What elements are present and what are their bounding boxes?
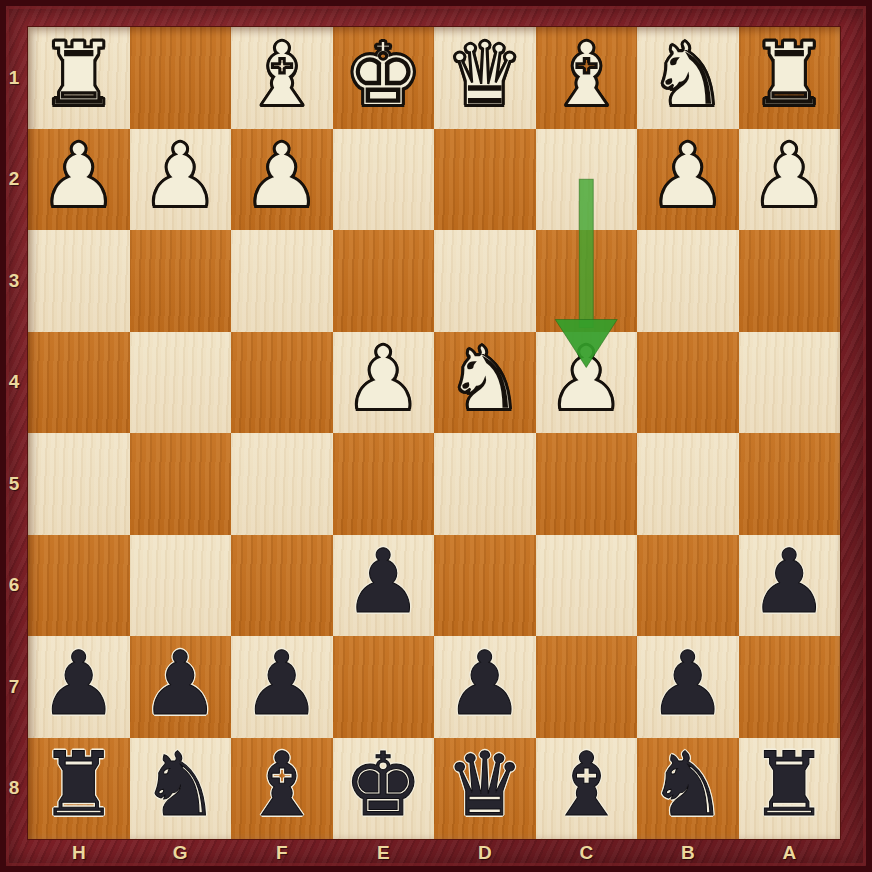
square-h7[interactable]: ♟ <box>28 636 130 738</box>
square-c3[interactable] <box>536 230 638 332</box>
piece-black-rook[interactable]: ♜ <box>39 741 118 829</box>
rank-label-2: 2 <box>0 129 28 231</box>
square-h4[interactable] <box>28 332 130 434</box>
piece-black-knight[interactable]: ♞ <box>141 741 220 829</box>
board-frame: 12345678 ♜♝♚♛♝♞♜♟♟♟♟♟♟♞♟♟♟♟♟♟♟♟♜♞♝♚♛♝♞♜ … <box>0 0 872 872</box>
square-d3[interactable] <box>434 230 536 332</box>
piece-black-pawn[interactable]: ♟ <box>648 640 727 728</box>
square-g6[interactable] <box>130 535 232 637</box>
piece-black-king[interactable]: ♚ <box>344 741 423 829</box>
piece-white-pawn[interactable]: ♟ <box>648 132 727 220</box>
square-e1[interactable]: ♚ <box>333 27 435 129</box>
rank-label-3: 3 <box>0 230 28 332</box>
square-g2[interactable]: ♟ <box>130 129 232 231</box>
square-h5[interactable] <box>28 433 130 535</box>
square-f4[interactable] <box>231 332 333 434</box>
square-f7[interactable]: ♟ <box>231 636 333 738</box>
square-g3[interactable] <box>130 230 232 332</box>
square-f8[interactable]: ♝ <box>231 738 333 840</box>
square-c4[interactable]: ♟ <box>536 332 638 434</box>
square-h8[interactable]: ♜ <box>28 738 130 840</box>
square-g4[interactable] <box>130 332 232 434</box>
piece-black-pawn[interactable]: ♟ <box>344 538 423 626</box>
file-label-e: E <box>333 840 435 866</box>
piece-white-queen[interactable]: ♛ <box>445 31 524 119</box>
piece-white-rook[interactable]: ♜ <box>750 31 829 119</box>
file-label-f: F <box>231 840 333 866</box>
square-a1[interactable]: ♜ <box>739 27 841 129</box>
file-label-g: G <box>130 840 232 866</box>
square-a7[interactable] <box>739 636 841 738</box>
square-e4[interactable]: ♟ <box>333 332 435 434</box>
square-c1[interactable]: ♝ <box>536 27 638 129</box>
square-a4[interactable] <box>739 332 841 434</box>
square-d6[interactable] <box>434 535 536 637</box>
piece-white-pawn[interactable]: ♟ <box>242 132 321 220</box>
square-e8[interactable]: ♚ <box>333 738 435 840</box>
square-a6[interactable]: ♟ <box>739 535 841 637</box>
square-d1[interactable]: ♛ <box>434 27 536 129</box>
square-c8[interactable]: ♝ <box>536 738 638 840</box>
piece-black-bishop[interactable]: ♝ <box>547 741 626 829</box>
square-b8[interactable]: ♞ <box>637 738 739 840</box>
piece-white-rook[interactable]: ♜ <box>39 31 118 119</box>
square-b7[interactable]: ♟ <box>637 636 739 738</box>
square-d7[interactable]: ♟ <box>434 636 536 738</box>
file-labels: HGFEDCBA <box>28 840 840 866</box>
rank-label-4: 4 <box>0 332 28 434</box>
file-label-c: C <box>536 840 638 866</box>
piece-black-knight[interactable]: ♞ <box>648 741 727 829</box>
square-a5[interactable] <box>739 433 841 535</box>
piece-black-pawn[interactable]: ♟ <box>141 640 220 728</box>
rank-label-1: 1 <box>0 27 28 129</box>
piece-black-rook[interactable]: ♜ <box>750 741 829 829</box>
piece-black-bishop[interactable]: ♝ <box>242 741 321 829</box>
square-b1[interactable]: ♞ <box>637 27 739 129</box>
piece-white-king[interactable]: ♚ <box>344 31 423 119</box>
square-b2[interactable]: ♟ <box>637 129 739 231</box>
square-h6[interactable] <box>28 535 130 637</box>
square-b4[interactable] <box>637 332 739 434</box>
piece-white-pawn[interactable]: ♟ <box>750 132 829 220</box>
square-h3[interactable] <box>28 230 130 332</box>
square-g8[interactable]: ♞ <box>130 738 232 840</box>
square-c2[interactable] <box>536 129 638 231</box>
square-c6[interactable] <box>536 535 638 637</box>
piece-black-pawn[interactable]: ♟ <box>39 640 118 728</box>
square-g5[interactable] <box>130 433 232 535</box>
square-f3[interactable] <box>231 230 333 332</box>
rank-label-5: 5 <box>0 433 28 535</box>
square-g1[interactable] <box>130 27 232 129</box>
rank-label-6: 6 <box>0 535 28 637</box>
piece-white-pawn[interactable]: ♟ <box>39 132 118 220</box>
piece-white-pawn[interactable]: ♟ <box>344 335 423 423</box>
piece-white-bishop[interactable]: ♝ <box>242 31 321 119</box>
rank-label-8: 8 <box>0 738 28 840</box>
file-label-a: A <box>739 840 841 866</box>
square-g7[interactable]: ♟ <box>130 636 232 738</box>
square-c5[interactable] <box>536 433 638 535</box>
square-d2[interactable] <box>434 129 536 231</box>
square-e5[interactable] <box>333 433 435 535</box>
square-c7[interactable] <box>536 636 638 738</box>
piece-black-queen[interactable]: ♛ <box>445 741 524 829</box>
rank-label-7: 7 <box>0 636 28 738</box>
rank-labels: 12345678 <box>0 27 28 839</box>
piece-white-pawn[interactable]: ♟ <box>141 132 220 220</box>
square-a3[interactable] <box>739 230 841 332</box>
square-f2[interactable]: ♟ <box>231 129 333 231</box>
piece-black-pawn[interactable]: ♟ <box>242 640 321 728</box>
square-e7[interactable] <box>333 636 435 738</box>
piece-black-pawn[interactable]: ♟ <box>750 538 829 626</box>
square-e3[interactable] <box>333 230 435 332</box>
square-e6[interactable]: ♟ <box>333 535 435 637</box>
file-label-d: D <box>434 840 536 866</box>
piece-white-knight[interactable]: ♞ <box>445 335 524 423</box>
square-f5[interactable] <box>231 433 333 535</box>
square-d8[interactable]: ♛ <box>434 738 536 840</box>
square-a8[interactable]: ♜ <box>739 738 841 840</box>
square-a2[interactable]: ♟ <box>739 129 841 231</box>
square-h1[interactable]: ♜ <box>28 27 130 129</box>
piece-white-knight[interactable]: ♞ <box>648 31 727 119</box>
piece-white-pawn[interactable]: ♟ <box>547 335 626 423</box>
square-b3[interactable] <box>637 230 739 332</box>
piece-black-pawn[interactable]: ♟ <box>445 640 524 728</box>
piece-white-bishop[interactable]: ♝ <box>547 31 626 119</box>
square-f6[interactable] <box>231 535 333 637</box>
file-label-b: B <box>637 840 739 866</box>
chess-board: ♜♝♚♛♝♞♜♟♟♟♟♟♟♞♟♟♟♟♟♟♟♟♜♞♝♚♛♝♞♜ <box>28 27 840 839</box>
square-d4[interactable]: ♞ <box>434 332 536 434</box>
square-h2[interactable]: ♟ <box>28 129 130 231</box>
square-b5[interactable] <box>637 433 739 535</box>
square-b6[interactable] <box>637 535 739 637</box>
square-f1[interactable]: ♝ <box>231 27 333 129</box>
file-label-h: H <box>28 840 130 866</box>
square-d5[interactable] <box>434 433 536 535</box>
square-e2[interactable] <box>333 129 435 231</box>
